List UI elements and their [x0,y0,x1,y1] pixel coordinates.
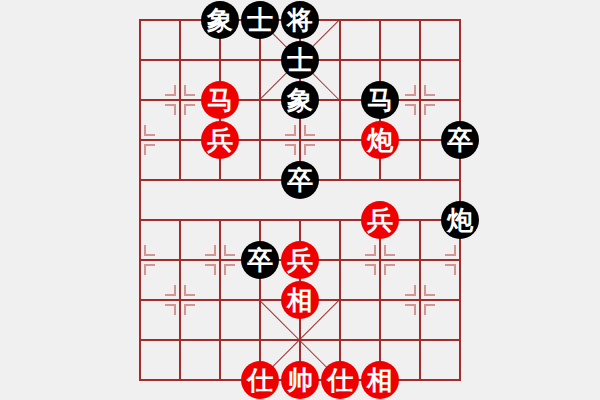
grid-line [419,219,421,381]
grid-line [139,19,141,381]
position-mark [405,304,416,315]
position-mark [365,245,376,256]
position-mark [424,104,435,115]
piece-black-soldier-3[interactable]: 卒 [241,241,279,279]
position-mark [144,245,155,256]
piece-black-horse[interactable]: 马 [361,81,399,119]
piece-black-soldier-2[interactable]: 卒 [281,161,319,199]
position-mark [384,264,395,275]
position-mark [304,144,315,155]
grid-line [459,19,461,381]
piece-red-advisor-1[interactable]: 仕 [241,361,279,399]
grid-line [419,19,421,181]
position-mark [384,245,395,256]
piece-red-cannon[interactable]: 炮 [361,121,399,159]
position-mark [445,264,456,275]
position-mark [445,245,456,256]
position-mark [165,104,176,115]
position-mark [304,125,315,136]
position-mark [405,285,416,296]
piece-black-elephant-2[interactable]: 象 [281,81,319,119]
position-mark [144,144,155,155]
piece-black-advisor-2[interactable]: 士 [281,41,319,79]
position-mark [144,125,155,136]
grid-line [179,19,181,181]
piece-black-general[interactable]: 将 [281,1,319,39]
position-mark [165,285,176,296]
position-mark [424,304,435,315]
piece-red-general[interactable]: 帅 [281,361,319,399]
position-mark [205,264,216,275]
grid-line [219,219,221,381]
position-mark [405,85,416,96]
xiangqi-board-screen: 象士将士马象马兵炮卒卒兵炮卒兵相仕帅仕相 [0,0,600,400]
position-mark [165,85,176,96]
piece-black-cannon[interactable]: 炮 [441,201,479,239]
piece-black-soldier-1[interactable]: 卒 [441,121,479,159]
position-mark [424,285,435,296]
position-mark [224,245,235,256]
position-mark [184,285,195,296]
piece-red-elephant-1[interactable]: 相 [281,281,319,319]
piece-red-soldier-1[interactable]: 兵 [201,121,239,159]
position-mark [365,264,376,275]
piece-black-elephant-1[interactable]: 象 [201,1,239,39]
piece-black-advisor-1[interactable]: 士 [241,1,279,39]
position-mark [285,144,296,155]
piece-red-advisor-2[interactable]: 仕 [321,361,359,399]
position-mark [285,125,296,136]
position-mark [224,264,235,275]
position-mark [144,264,155,275]
piece-red-soldier-3[interactable]: 兵 [281,241,319,279]
position-mark [405,104,416,115]
grid-line [179,219,181,381]
position-mark [184,304,195,315]
position-mark [424,85,435,96]
position-mark [205,245,216,256]
position-mark [184,85,195,96]
piece-red-horse[interactable]: 马 [201,81,239,119]
position-mark [165,304,176,315]
piece-red-soldier-2[interactable]: 兵 [361,201,399,239]
piece-red-elephant-2[interactable]: 相 [361,361,399,399]
grid-line [379,219,381,381]
position-mark [184,104,195,115]
